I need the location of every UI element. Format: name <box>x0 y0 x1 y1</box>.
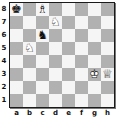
chess-diagram: 87654321 ♚♝♗♞♘♞♞♘♚♔♛♕ abcdefgh <box>0 0 118 118</box>
square-e5[interactable] <box>62 42 75 55</box>
file-labels: abcdefgh <box>10 108 114 118</box>
piece-fill: ♛ <box>101 68 114 81</box>
file-label-a: a <box>10 108 23 118</box>
square-a5[interactable] <box>10 42 23 55</box>
square-a7[interactable] <box>10 16 23 29</box>
square-h1[interactable] <box>101 94 114 107</box>
square-a1[interactable] <box>10 94 23 107</box>
file-label-g: g <box>88 108 101 118</box>
square-a6[interactable] <box>10 29 23 42</box>
square-g6[interactable] <box>88 29 101 42</box>
piece-glyph: ♔ <box>88 68 101 81</box>
square-e1[interactable] <box>62 94 75 107</box>
square-a2[interactable] <box>10 81 23 94</box>
square-g2[interactable] <box>88 81 101 94</box>
rank-label-7: 7 <box>0 16 8 29</box>
square-a3[interactable] <box>10 68 23 81</box>
chess-board: ♚♝♗♞♘♞♞♘♚♔♛♕ <box>9 2 115 108</box>
square-b1[interactable] <box>23 94 36 107</box>
square-c7[interactable] <box>36 16 49 29</box>
square-c1[interactable] <box>36 94 49 107</box>
square-d1[interactable] <box>49 94 62 107</box>
square-d4[interactable] <box>49 55 62 68</box>
square-b8[interactable] <box>23 3 36 16</box>
square-e2[interactable] <box>62 81 75 94</box>
piece-black-knight[interactable]: ♞ <box>36 29 49 42</box>
square-c4[interactable] <box>36 55 49 68</box>
square-b5[interactable]: ♞♘ <box>23 42 36 55</box>
square-c5[interactable] <box>36 42 49 55</box>
square-c8[interactable]: ♝♗ <box>36 3 49 16</box>
square-f1[interactable] <box>75 94 88 107</box>
square-h8[interactable] <box>101 3 114 16</box>
file-label-f: f <box>75 108 88 118</box>
square-e7[interactable] <box>62 16 75 29</box>
square-d8[interactable] <box>49 3 62 16</box>
piece-white-king[interactable]: ♚♔ <box>88 68 101 81</box>
square-f7[interactable] <box>75 16 88 29</box>
piece-fill: ♞ <box>23 42 36 55</box>
square-d3[interactable] <box>49 68 62 81</box>
piece-glyph: ♚ <box>10 3 23 16</box>
square-h4[interactable] <box>101 55 114 68</box>
piece-glyph: ♕ <box>101 68 114 81</box>
square-f6[interactable] <box>75 29 88 42</box>
square-c2[interactable] <box>36 81 49 94</box>
square-e6[interactable] <box>62 29 75 42</box>
rank-label-1: 1 <box>0 94 8 107</box>
square-d5[interactable] <box>49 42 62 55</box>
square-g5[interactable] <box>88 42 101 55</box>
file-label-d: d <box>49 108 62 118</box>
square-e8[interactable] <box>62 3 75 16</box>
piece-white-bishop[interactable]: ♝♗ <box>36 3 49 16</box>
square-c3[interactable] <box>36 68 49 81</box>
square-b7[interactable] <box>23 16 36 29</box>
piece-glyph: ♘ <box>49 16 62 29</box>
square-f5[interactable] <box>75 42 88 55</box>
square-e3[interactable] <box>62 68 75 81</box>
piece-white-knight[interactable]: ♞♘ <box>49 16 62 29</box>
square-h2[interactable] <box>101 81 114 94</box>
piece-glyph: ♘ <box>23 42 36 55</box>
square-g8[interactable] <box>88 3 101 16</box>
square-b3[interactable] <box>23 68 36 81</box>
file-label-h: h <box>101 108 114 118</box>
square-g4[interactable] <box>88 55 101 68</box>
square-f3[interactable] <box>75 68 88 81</box>
rank-label-5: 5 <box>0 42 8 55</box>
square-h6[interactable] <box>101 29 114 42</box>
rank-label-3: 3 <box>0 68 8 81</box>
piece-white-knight[interactable]: ♞♘ <box>23 42 36 55</box>
square-b6[interactable] <box>23 29 36 42</box>
square-e4[interactable] <box>62 55 75 68</box>
file-label-b: b <box>23 108 36 118</box>
rank-label-4: 4 <box>0 55 8 68</box>
square-g1[interactable] <box>88 94 101 107</box>
rank-label-6: 6 <box>0 29 8 42</box>
square-c6[interactable]: ♞ <box>36 29 49 42</box>
square-f8[interactable] <box>75 3 88 16</box>
square-f2[interactable] <box>75 81 88 94</box>
square-h3[interactable]: ♛♕ <box>101 68 114 81</box>
square-d2[interactable] <box>49 81 62 94</box>
rank-labels: 87654321 <box>0 3 8 107</box>
rank-label-2: 2 <box>0 81 8 94</box>
file-label-c: c <box>36 108 49 118</box>
square-d7[interactable]: ♞♘ <box>49 16 62 29</box>
square-a8[interactable]: ♚ <box>10 3 23 16</box>
file-label-e: e <box>62 108 75 118</box>
piece-fill: ♞ <box>49 16 62 29</box>
piece-glyph: ♗ <box>36 3 49 16</box>
square-g3[interactable]: ♚♔ <box>88 68 101 81</box>
piece-black-king[interactable]: ♚ <box>10 3 23 16</box>
square-h7[interactable] <box>101 16 114 29</box>
square-b2[interactable] <box>23 81 36 94</box>
rank-label-8: 8 <box>0 3 8 16</box>
piece-white-queen[interactable]: ♛♕ <box>101 68 114 81</box>
square-a4[interactable] <box>10 55 23 68</box>
piece-glyph: ♞ <box>36 29 49 42</box>
piece-fill: ♚ <box>88 68 101 81</box>
square-d6[interactable] <box>49 29 62 42</box>
piece-fill: ♝ <box>36 3 49 16</box>
square-h5[interactable] <box>101 42 114 55</box>
square-f4[interactable] <box>75 55 88 68</box>
square-b4[interactable] <box>23 55 36 68</box>
square-g7[interactable] <box>88 16 101 29</box>
